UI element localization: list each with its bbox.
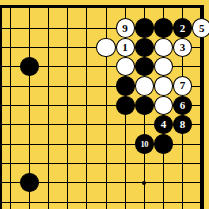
white-stone-17-3 (154, 38, 173, 58)
intersection-18-7: 8 (173, 115, 192, 134)
black-stone-16-2 (135, 18, 154, 38)
intersection-16-2 (135, 18, 154, 37)
intersection-17-7: 4 (154, 115, 173, 134)
intersection-10-10 (20, 173, 39, 192)
black-stone-16-6 (135, 96, 154, 116)
black-stone-15-6 (116, 96, 135, 116)
move-2-black-stone-18-2: 2 (173, 18, 192, 38)
white-stone-17-4 (154, 57, 173, 77)
move-10-black-stone-16-8: 10 (135, 134, 154, 154)
intersection-10-4 (20, 57, 39, 76)
intersection-18-3: 3 (173, 38, 192, 57)
intersection-17-3 (154, 38, 173, 57)
move-number-label: 3 (180, 42, 186, 53)
white-stone-14-3 (96, 38, 115, 58)
intersection-16-6 (135, 96, 154, 115)
move-number-label: 1 (122, 42, 128, 53)
intersection-15-4 (116, 57, 135, 76)
intersection-16-8: 10 (135, 134, 154, 153)
black-stone-17-2 (154, 18, 173, 38)
black-stone-17-8 (154, 134, 173, 154)
intersection-17-8 (154, 134, 173, 153)
intersection-18-2: 2 (173, 18, 192, 37)
move-8-black-stone-18-7: 8 (173, 115, 192, 135)
black-stone-10-10 (20, 173, 39, 193)
move-number-label: 4 (161, 119, 167, 130)
white-stone-17-6 (154, 96, 173, 116)
go-board: 92513764810 (1, 0, 209, 209)
move-3-white-stone-18-3: 3 (173, 38, 192, 58)
black-stone-16-3 (135, 38, 154, 58)
move-number-label: 5 (199, 23, 205, 34)
intersection-15-3: 1 (116, 38, 135, 57)
move-number-label: 6 (180, 100, 186, 111)
intersection-16-5 (135, 76, 154, 95)
intersection-16-4 (135, 57, 154, 76)
move-number-label: 8 (180, 119, 186, 130)
intersection-16-3 (135, 38, 154, 57)
move-7-white-stone-18-5: 7 (173, 76, 192, 96)
move-1-white-stone-15-3: 1 (116, 38, 135, 58)
black-stone-16-4 (135, 57, 154, 77)
black-stone-10-4 (20, 57, 39, 77)
intersection-17-5 (154, 76, 173, 95)
white-stone-17-5 (154, 76, 173, 96)
intersection-18-5: 7 (173, 76, 192, 95)
intersection-17-6 (154, 96, 173, 115)
intersection-18-6: 6 (173, 96, 192, 115)
intersection-19-2: 5 (192, 18, 209, 37)
go-diagram: 92513764810 (0, 0, 209, 209)
black-stone-15-5 (116, 76, 135, 96)
white-stone-15-4 (116, 57, 135, 77)
intersection-17-4 (154, 57, 173, 76)
intersection-17-2 (154, 18, 173, 37)
move-6-black-stone-18-6: 6 (173, 96, 192, 116)
white-stone-16-5 (135, 76, 154, 96)
move-4-black-stone-17-7: 4 (154, 115, 173, 135)
move-number-label: 7 (180, 80, 186, 91)
intersection-15-6 (116, 96, 135, 115)
intersection-14-3 (96, 38, 115, 57)
intersection-15-2: 9 (116, 18, 135, 37)
move-number-label: 10 (141, 140, 149, 149)
move-number-label: 2 (180, 23, 186, 34)
move-5-white-stone-19-2: 5 (192, 18, 209, 38)
move-9-white-stone-15-2: 9 (116, 18, 135, 38)
move-number-label: 9 (122, 23, 128, 34)
intersection-15-5 (116, 76, 135, 95)
